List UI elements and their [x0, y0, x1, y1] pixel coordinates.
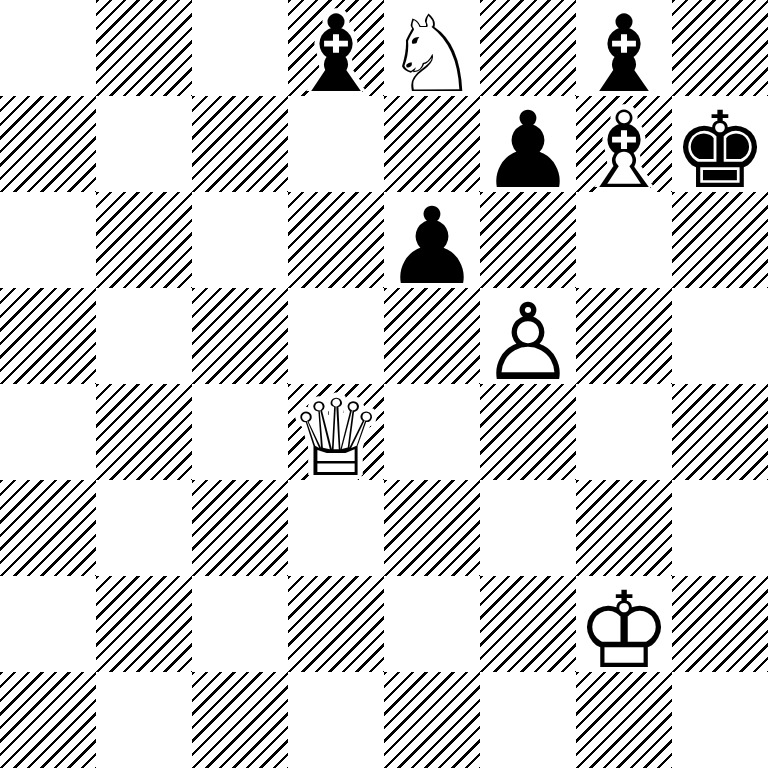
white-king-outline-icon: ♔: [576, 583, 672, 672]
square-a5[interactable]: [0, 288, 96, 384]
square-a3[interactable]: [0, 480, 96, 576]
piece-black-bishop[interactable]: ♝: [576, 0, 672, 96]
square-c7[interactable]: [192, 96, 288, 192]
piece-white-queen[interactable]: ♛♕: [288, 384, 384, 480]
white-bishop-icon: ♝: [576, 103, 672, 192]
white-pawn-outline-icon: ♙: [480, 295, 576, 384]
square-g1[interactable]: [576, 672, 672, 768]
white-knight-outline-icon: ♘: [384, 7, 480, 96]
square-d1[interactable]: [288, 672, 384, 768]
square-a8[interactable]: [0, 0, 96, 96]
square-d5[interactable]: [288, 288, 384, 384]
square-b7[interactable]: [96, 96, 192, 192]
square-f1[interactable]: [480, 672, 576, 768]
square-e7[interactable]: [384, 96, 480, 192]
square-f3[interactable]: [480, 480, 576, 576]
black-bishop-icon: ♝: [576, 7, 672, 96]
square-h5[interactable]: [672, 288, 768, 384]
square-b2[interactable]: [96, 576, 192, 672]
square-h4[interactable]: [672, 384, 768, 480]
square-g8[interactable]: ♝: [576, 0, 672, 96]
piece-white-king[interactable]: ♚♔: [576, 576, 672, 672]
square-e6[interactable]: ♟: [384, 192, 480, 288]
square-g6[interactable]: [576, 192, 672, 288]
white-knight-icon: ♞: [384, 7, 480, 96]
square-b8[interactable]: [96, 0, 192, 96]
square-f4[interactable]: [480, 384, 576, 480]
square-c2[interactable]: [192, 576, 288, 672]
square-a7[interactable]: [0, 96, 96, 192]
square-c1[interactable]: [192, 672, 288, 768]
black-bishop-icon: ♝: [288, 7, 384, 96]
square-d7[interactable]: [288, 96, 384, 192]
square-d8[interactable]: ♝: [288, 0, 384, 96]
white-pawn-icon: ♟: [480, 295, 576, 384]
square-g4[interactable]: [576, 384, 672, 480]
square-h1[interactable]: [672, 672, 768, 768]
square-h3[interactable]: [672, 480, 768, 576]
square-c5[interactable]: [192, 288, 288, 384]
square-a1[interactable]: [0, 672, 96, 768]
square-e4[interactable]: [384, 384, 480, 480]
piece-black-bishop[interactable]: ♝: [288, 0, 384, 96]
square-b4[interactable]: [96, 384, 192, 480]
white-queen-outline-icon: ♕: [288, 391, 384, 480]
square-c6[interactable]: [192, 192, 288, 288]
square-f2[interactable]: [480, 576, 576, 672]
square-c4[interactable]: [192, 384, 288, 480]
square-d3[interactable]: [288, 480, 384, 576]
square-e1[interactable]: [384, 672, 480, 768]
square-h8[interactable]: [672, 0, 768, 96]
chessboard-diagram: ♝♞♘♝♟♝♗♚♟♟♙♛♕♚♔: [0, 0, 768, 768]
square-c3[interactable]: [192, 480, 288, 576]
square-b5[interactable]: [96, 288, 192, 384]
square-f7[interactable]: ♟: [480, 96, 576, 192]
square-f6[interactable]: [480, 192, 576, 288]
square-h6[interactable]: [672, 192, 768, 288]
square-d4[interactable]: ♛♕: [288, 384, 384, 480]
black-king-icon: ♚: [672, 103, 768, 192]
square-a6[interactable]: [0, 192, 96, 288]
square-e2[interactable]: [384, 576, 480, 672]
square-b3[interactable]: [96, 480, 192, 576]
square-d6[interactable]: [288, 192, 384, 288]
square-b1[interactable]: [96, 672, 192, 768]
black-pawn-icon: ♟: [384, 199, 480, 288]
square-g7[interactable]: ♝♗: [576, 96, 672, 192]
square-f8[interactable]: [480, 0, 576, 96]
square-b6[interactable]: [96, 192, 192, 288]
piece-black-pawn[interactable]: ♟: [384, 192, 480, 288]
white-bishop-outline-icon: ♗: [576, 103, 672, 192]
square-e8[interactable]: ♞♘: [384, 0, 480, 96]
piece-white-bishop[interactable]: ♝♗: [576, 96, 672, 192]
square-d2[interactable]: [288, 576, 384, 672]
square-g2[interactable]: ♚♔: [576, 576, 672, 672]
square-h7[interactable]: ♚: [672, 96, 768, 192]
black-pawn-icon: ♟: [480, 103, 576, 192]
square-h2[interactable]: [672, 576, 768, 672]
piece-white-knight[interactable]: ♞♘: [384, 0, 480, 96]
chess-board: ♝♞♘♝♟♝♗♚♟♟♙♛♕♚♔: [0, 0, 768, 768]
square-f5[interactable]: ♟♙: [480, 288, 576, 384]
square-c8[interactable]: [192, 0, 288, 96]
piece-white-pawn[interactable]: ♟♙: [480, 288, 576, 384]
piece-black-king[interactable]: ♚: [672, 96, 768, 192]
white-king-icon: ♚: [576, 583, 672, 672]
square-a2[interactable]: [0, 576, 96, 672]
square-g5[interactable]: [576, 288, 672, 384]
square-a4[interactable]: [0, 384, 96, 480]
piece-black-pawn[interactable]: ♟: [480, 96, 576, 192]
square-g3[interactable]: [576, 480, 672, 576]
white-queen-icon: ♛: [288, 391, 384, 480]
square-e3[interactable]: [384, 480, 480, 576]
square-e5[interactable]: [384, 288, 480, 384]
